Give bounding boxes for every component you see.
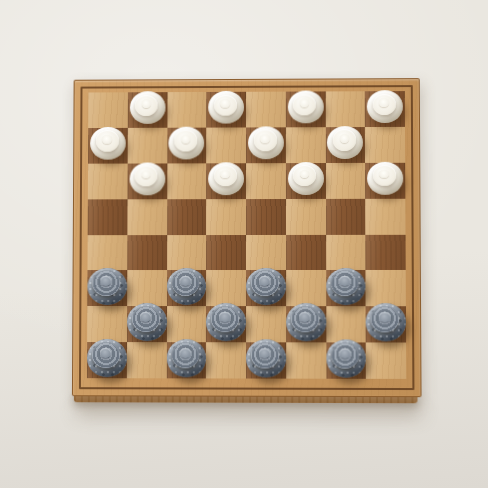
light-square-r2c2 [127, 128, 167, 164]
gray-stone-checker[interactable] [286, 304, 326, 342]
light-square-r2c6 [286, 127, 326, 163]
dark-square-29[interactable] [87, 342, 127, 378]
light-square-r1c3 [167, 92, 207, 128]
dark-square-3[interactable] [286, 91, 326, 127]
dark-square-25[interactable] [127, 306, 167, 342]
light-square-r3c5 [246, 163, 286, 199]
light-square-r7c3 [166, 306, 206, 342]
cream-checker[interactable] [130, 91, 166, 124]
dark-square-17[interactable] [127, 235, 167, 271]
gray-stone-checker[interactable] [167, 268, 207, 305]
checker-top-disc [251, 270, 279, 296]
checker-top-disc [172, 270, 200, 296]
dark-square-2[interactable] [206, 92, 246, 128]
dark-square-16[interactable] [326, 198, 366, 234]
checker-top-disc [92, 270, 120, 296]
gray-stone-checker[interactable] [127, 303, 167, 340]
dark-square-28[interactable] [366, 306, 406, 342]
cream-checker[interactable] [327, 126, 363, 159]
light-square-r4c2 [127, 199, 167, 235]
checker-top-disc [331, 270, 359, 296]
dark-square-14[interactable] [167, 199, 207, 235]
board-grid [87, 91, 406, 379]
light-square-r5c3 [167, 235, 207, 271]
light-square-r3c3 [167, 163, 207, 199]
cream-checker[interactable] [288, 91, 324, 124]
checker-top-disc [373, 165, 396, 186]
dark-square-12[interactable] [365, 163, 405, 199]
cream-checker[interactable] [367, 90, 403, 123]
checker-top-disc [135, 166, 158, 187]
checker-top-disc [254, 130, 277, 151]
cream-checker[interactable] [288, 162, 324, 195]
light-square-r5c5 [246, 234, 286, 270]
dark-square-13[interactable] [88, 199, 128, 235]
light-square-r6c4 [206, 270, 246, 306]
checkers-board [72, 78, 420, 403]
dark-square-22[interactable] [167, 270, 207, 306]
dark-square-10[interactable] [206, 163, 246, 199]
dark-square-21[interactable] [87, 270, 127, 306]
gray-stone-checker[interactable] [166, 339, 206, 377]
checker-top-disc [211, 306, 239, 332]
light-square-r4c8 [365, 198, 405, 234]
gray-stone-checker[interactable] [87, 268, 127, 305]
checker-top-disc [96, 130, 119, 151]
checker-top-disc [135, 95, 158, 116]
dark-square-23[interactable] [246, 270, 286, 306]
gray-stone-checker[interactable] [326, 267, 366, 304]
light-square-r8c4 [206, 342, 246, 378]
checker-top-disc [132, 306, 160, 332]
dark-square-20[interactable] [366, 234, 406, 270]
light-square-r7c7 [326, 306, 366, 342]
dark-square-9[interactable] [127, 163, 167, 199]
light-square-r5c1 [87, 235, 127, 271]
checker-top-disc [291, 306, 319, 332]
gray-stone-checker[interactable] [246, 340, 286, 378]
gray-stone-checker[interactable] [326, 340, 366, 378]
board-frame [72, 78, 422, 397]
dark-square-5[interactable] [88, 128, 128, 164]
gray-stone-checker[interactable] [87, 339, 127, 377]
light-square-r4c4 [206, 199, 246, 235]
light-square-r3c7 [325, 163, 365, 199]
light-square-r4c6 [286, 199, 326, 235]
light-square-r2c8 [365, 127, 405, 163]
checker-top-disc [331, 342, 359, 368]
cream-checker[interactable] [90, 127, 126, 160]
cream-checker[interactable] [208, 91, 244, 124]
checker-top-disc [214, 166, 237, 187]
checker-top-disc [172, 342, 200, 368]
cream-checker[interactable] [367, 162, 403, 195]
cream-checker[interactable] [129, 163, 165, 196]
checker-top-disc [175, 130, 198, 151]
cream-checker[interactable] [208, 162, 244, 195]
checker-top-disc [293, 94, 316, 115]
light-square-r6c6 [286, 270, 326, 306]
dark-square-27[interactable] [286, 306, 326, 342]
dark-square-24[interactable] [326, 270, 366, 306]
dark-square-26[interactable] [206, 306, 246, 342]
checker-top-disc [92, 342, 120, 368]
checker-top-disc [251, 342, 279, 368]
light-square-r2c4 [206, 127, 246, 163]
dark-square-31[interactable] [246, 342, 286, 378]
dark-square-32[interactable] [326, 343, 366, 379]
cream-checker[interactable] [169, 127, 205, 160]
dark-square-19[interactable] [286, 234, 326, 270]
light-square-r3c1 [88, 163, 128, 199]
checker-top-disc [373, 94, 396, 115]
dark-square-8[interactable] [325, 127, 365, 163]
gray-stone-checker[interactable] [246, 268, 286, 305]
light-square-r8c6 [286, 342, 326, 378]
light-square-r1c1 [88, 92, 127, 128]
dark-square-18[interactable] [206, 235, 246, 271]
checker-top-disc [214, 94, 237, 115]
dark-square-30[interactable] [166, 342, 206, 378]
dark-square-11[interactable] [286, 163, 326, 199]
cream-checker[interactable] [248, 127, 284, 160]
light-square-r5c7 [326, 234, 366, 270]
light-square-r7c5 [246, 306, 286, 342]
light-square-r6c2 [127, 270, 167, 306]
dark-square-15[interactable] [246, 199, 286, 235]
checker-top-disc [333, 130, 356, 151]
dark-square-4[interactable] [365, 91, 405, 127]
checker-top-disc [371, 306, 399, 332]
dark-square-6[interactable] [167, 127, 207, 163]
light-square-r1c7 [325, 91, 365, 127]
light-square-r7c1 [87, 306, 127, 342]
light-square-r8c8 [366, 343, 406, 379]
dark-square-1[interactable] [128, 92, 167, 128]
light-square-r8c2 [127, 342, 167, 378]
light-square-r1c5 [246, 92, 286, 128]
dark-square-7[interactable] [246, 127, 286, 163]
gray-stone-checker[interactable] [206, 303, 246, 340]
light-square-r6c8 [366, 270, 406, 306]
gray-stone-checker[interactable] [366, 304, 406, 342]
checker-top-disc [293, 165, 316, 186]
